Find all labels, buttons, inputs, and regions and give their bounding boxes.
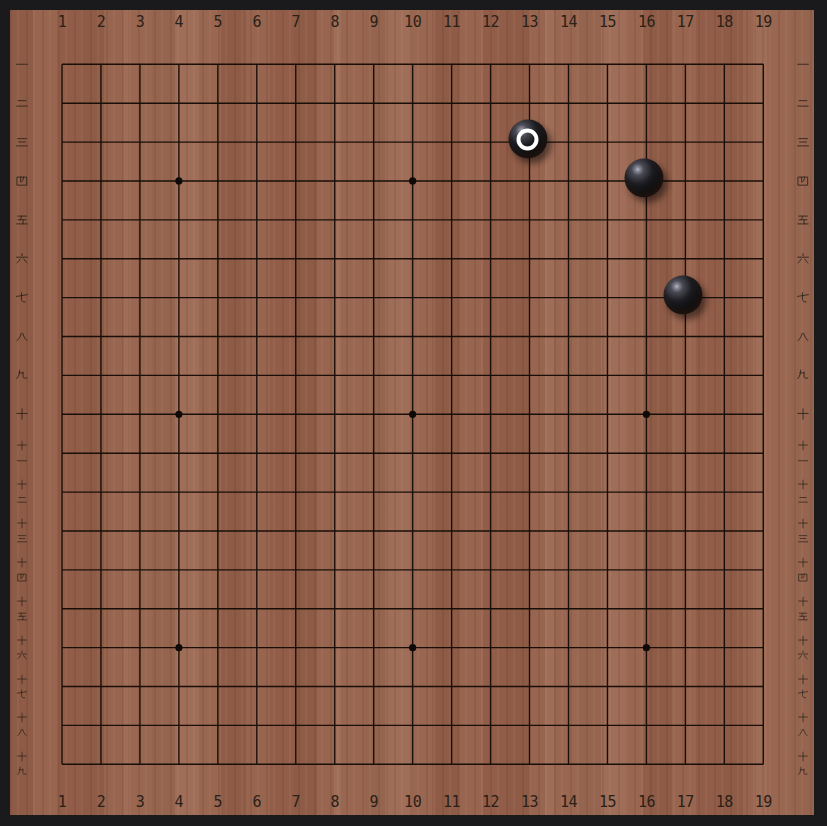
stone-black-c17-r7[interactable] bbox=[664, 275, 703, 314]
go-app-window: 1122334455667788991010111112121313141415… bbox=[0, 0, 827, 826]
last-move-marker-icon bbox=[517, 128, 539, 150]
stones-layer bbox=[0, 0, 827, 826]
stone-black-c13-r3[interactable] bbox=[508, 120, 547, 159]
stone-black-c16-r4[interactable] bbox=[625, 158, 664, 197]
